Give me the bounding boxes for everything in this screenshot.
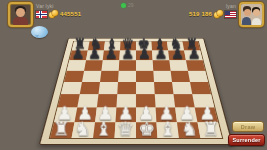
- square-f6[interactable]: [153, 60, 171, 70]
- norway-flag-icon: [36, 11, 47, 18]
- white-rook[interactable]: ♜: [200, 119, 221, 139]
- black-pawn[interactable]: ♟: [136, 45, 153, 61]
- square-c4[interactable]: [98, 82, 118, 94]
- chess-board-3d: ♜♞♝♛♚♝♞♜♟♟♟♟♟♟♟♟♟♟♟♟♟♟♟♟♜♞♝♛♚♝♞♜: [56, 0, 216, 150]
- square-b7[interactable]: ♟: [86, 51, 104, 61]
- square-f5[interactable]: [153, 71, 172, 82]
- white-knight[interactable]: ♞: [179, 119, 200, 139]
- square-e1[interactable]: ♚: [136, 122, 157, 138]
- square-h6[interactable]: [186, 60, 205, 70]
- square-e5[interactable]: [136, 71, 154, 82]
- square-a1[interactable]: ♜: [50, 122, 74, 138]
- white-knight[interactable]: ♞: [72, 119, 93, 139]
- black-pawn[interactable]: ♟: [70, 45, 87, 61]
- square-g7[interactable]: ♟: [168, 51, 186, 61]
- square-c5[interactable]: [100, 71, 119, 82]
- square-c6[interactable]: [101, 60, 119, 70]
- square-a7[interactable]: ♟: [69, 51, 87, 61]
- square-h1[interactable]: ♜: [197, 122, 221, 138]
- black-pawn[interactable]: ♟: [186, 45, 203, 61]
- square-h7[interactable]: ♟: [184, 51, 202, 61]
- avatar-left-portrait: [10, 4, 31, 25]
- square-e7[interactable]: ♟: [136, 51, 153, 61]
- square-f1[interactable]: ♝: [156, 122, 178, 138]
- white-rook[interactable]: ♜: [51, 119, 72, 139]
- chat-bubble-button[interactable]: [31, 26, 48, 38]
- black-pawn[interactable]: ♟: [86, 45, 103, 61]
- avatar-right-portrait: [241, 4, 262, 25]
- black-pawn[interactable]: ♟: [119, 45, 136, 61]
- avatar-left: [8, 2, 33, 27]
- surrender-button[interactable]: Surrender: [228, 134, 265, 146]
- white-bishop[interactable]: ♝: [93, 119, 114, 139]
- white-king[interactable]: ♚: [136, 119, 157, 139]
- usa-flag-icon: [225, 11, 236, 18]
- black-pawn[interactable]: ♟: [169, 45, 186, 61]
- square-b6[interactable]: [84, 60, 103, 70]
- white-queen[interactable]: ♛: [115, 119, 136, 139]
- black-pawn[interactable]: ♟: [153, 45, 170, 61]
- square-b1[interactable]: ♞: [72, 122, 95, 138]
- square-b5[interactable]: [82, 71, 101, 82]
- square-b4[interactable]: [80, 82, 100, 94]
- square-a5[interactable]: [64, 71, 84, 82]
- square-d1[interactable]: ♛: [115, 122, 136, 138]
- square-d4[interactable]: [117, 82, 136, 94]
- square-d5[interactable]: [118, 71, 136, 82]
- draw-button[interactable]: Draw: [232, 121, 264, 132]
- square-g6[interactable]: [169, 60, 188, 70]
- square-h5[interactable]: [188, 71, 208, 82]
- square-g4[interactable]: [172, 82, 192, 94]
- board-grid: ♜♞♝♛♚♝♞♜♟♟♟♟♟♟♟♟♟♟♟♟♟♟♟♟♜♞♝♛♚♝♞♜: [49, 41, 224, 139]
- avatar-right: [239, 2, 264, 27]
- square-d6[interactable]: [119, 60, 136, 70]
- square-e4[interactable]: [136, 82, 155, 94]
- square-d7[interactable]: ♟: [119, 51, 136, 61]
- square-a6[interactable]: [67, 60, 86, 70]
- player-name-right: lyan: [226, 3, 236, 9]
- square-e6[interactable]: [136, 60, 153, 70]
- square-a4[interactable]: [61, 82, 82, 94]
- square-h4[interactable]: [190, 82, 211, 94]
- square-g5[interactable]: [171, 71, 190, 82]
- square-c1[interactable]: ♝: [93, 122, 115, 138]
- black-pawn[interactable]: ♟: [103, 45, 120, 61]
- square-f7[interactable]: ♟: [152, 51, 169, 61]
- square-g1[interactable]: ♞: [177, 122, 200, 138]
- white-bishop[interactable]: ♝: [157, 119, 178, 139]
- square-c7[interactable]: ♟: [103, 51, 120, 61]
- board-frame: ♜♞♝♛♚♝♞♜♟♟♟♟♟♟♟♟♟♟♟♟♟♟♟♟♜♞♝♛♚♝♞♜: [39, 38, 234, 145]
- square-f4[interactable]: [154, 82, 174, 94]
